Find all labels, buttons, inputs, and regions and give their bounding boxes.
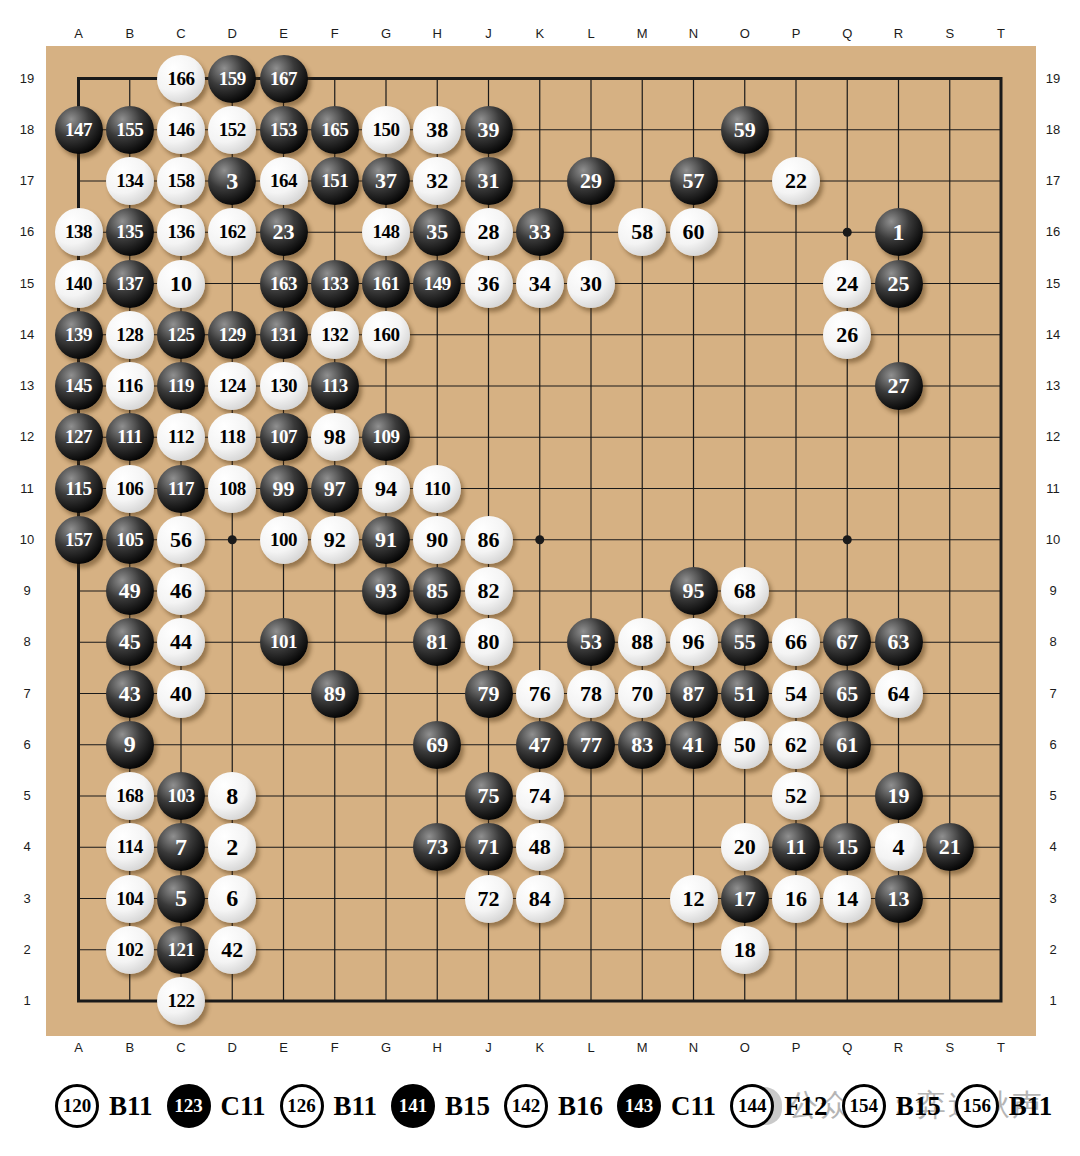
stone-black-93-G9: 93: [362, 567, 410, 615]
stone-white-62-P6: 62: [772, 721, 820, 769]
stone-black-121-C2: 121: [157, 926, 205, 974]
stone-black-133-F15: 133: [311, 260, 359, 308]
coord-label-bottom-Q: Q: [832, 1040, 862, 1055]
stone-black-165-F18: 165: [311, 106, 359, 154]
stone-white-138-A16: 138: [55, 208, 103, 256]
coord-label-left-15: 15: [12, 276, 42, 291]
coord-label-top-G: G: [371, 26, 401, 41]
stone-white-46-C9: 46: [157, 567, 205, 615]
stone-black-99-E11: 99: [260, 465, 308, 513]
stone-white-132-F14: 132: [311, 311, 359, 359]
stone-white-134-B17: 134: [106, 157, 154, 205]
stone-white-146-C18: 146: [157, 106, 205, 154]
stone-black-109-G12: 109: [362, 413, 410, 461]
stone-white-116-B13: 116: [106, 362, 154, 410]
coord-label-right-3: 3: [1038, 891, 1068, 906]
stone-black-127-A12: 127: [55, 413, 103, 461]
coord-label-left-9: 9: [12, 583, 42, 598]
stone-white-6-D3: 6: [208, 875, 256, 923]
coord-label-bottom-M: M: [627, 1040, 657, 1055]
coord-label-left-1: 1: [12, 993, 42, 1008]
stone-white-76-K7: 76: [516, 670, 564, 718]
stone-black-71-J4: 71: [465, 823, 513, 871]
coord-label-top-K: K: [525, 26, 555, 41]
stone-black-41-N6: 41: [670, 721, 718, 769]
stone-white-106-B11: 106: [106, 465, 154, 513]
stone-white-44-C8: 44: [157, 618, 205, 666]
coord-label-left-14: 14: [12, 327, 42, 342]
stone-white-20-O4: 20: [721, 823, 769, 871]
stone-black-167-E19: 167: [260, 55, 308, 103]
stone-white-26-Q14: 26: [823, 311, 871, 359]
stone-black-135-B16: 135: [106, 208, 154, 256]
stone-black-139-A14: 139: [55, 311, 103, 359]
stone-white-102-B2: 102: [106, 926, 154, 974]
stone-white-70-M7: 70: [618, 670, 666, 718]
stone-black-83-M6: 83: [618, 721, 666, 769]
stone-black-129-D14: 129: [208, 311, 256, 359]
stone-white-114-B4: 114: [106, 823, 154, 871]
stone-black-55-O8: 55: [721, 618, 769, 666]
stone-white-98-F12: 98: [311, 413, 359, 461]
coord-label-right-15: 15: [1038, 276, 1068, 291]
stone-white-34-K15: 34: [516, 260, 564, 308]
stone-white-136-C16: 136: [157, 208, 205, 256]
caption-point-142: B16: [558, 1091, 603, 1122]
stone-white-90-H10: 90: [413, 516, 461, 564]
coord-label-right-16: 16: [1038, 224, 1068, 239]
stone-white-54-P7: 54: [772, 670, 820, 718]
coord-label-left-10: 10: [12, 532, 42, 547]
stone-black-119-C13: 119: [157, 362, 205, 410]
stone-white-82-J9: 82: [465, 567, 513, 615]
stone-white-94-G11: 94: [362, 465, 410, 513]
stone-black-155-B18: 155: [106, 106, 154, 154]
coord-label-bottom-L: L: [576, 1040, 606, 1055]
stone-white-164-E17: 164: [260, 157, 308, 205]
stone-black-33-K16: 33: [516, 208, 564, 256]
stone-black-23-E16: 23: [260, 208, 308, 256]
coord-label-top-H: H: [422, 26, 452, 41]
coord-label-bottom-D: D: [217, 1040, 247, 1055]
stone-white-14-Q3: 14: [823, 875, 871, 923]
coord-label-top-Q: Q: [832, 26, 862, 41]
stone-white-152-D18: 152: [208, 106, 256, 154]
coord-label-top-J: J: [474, 26, 504, 41]
stone-white-110-H11: 110: [413, 465, 461, 513]
coord-label-bottom-N: N: [679, 1040, 709, 1055]
stone-black-69-H6: 69: [413, 721, 461, 769]
stone-black-161-G15: 161: [362, 260, 410, 308]
stone-white-24-Q15: 24: [823, 260, 871, 308]
coord-label-top-M: M: [627, 26, 657, 41]
coord-label-bottom-T: T: [986, 1040, 1016, 1055]
stone-black-85-H9: 85: [413, 567, 461, 615]
stone-black-159-D19: 159: [208, 55, 256, 103]
stone-black-157-A10: 157: [55, 516, 103, 564]
caption-point-154: B15: [896, 1091, 941, 1122]
coord-label-bottom-K: K: [525, 1040, 555, 1055]
coord-label-left-2: 2: [12, 942, 42, 957]
stone-white-112-C12: 112: [157, 413, 205, 461]
stone-black-57-N17: 57: [670, 157, 718, 205]
stone-white-28-J16: 28: [465, 208, 513, 256]
stone-white-4-R4: 4: [875, 823, 923, 871]
stone-black-95-N9: 95: [670, 567, 718, 615]
coord-label-right-10: 10: [1038, 532, 1068, 547]
stone-black-65-Q7: 65: [823, 670, 871, 718]
coord-label-left-13: 13: [12, 378, 42, 393]
stone-black-37-G17: 37: [362, 157, 410, 205]
stone-black-87-N7: 87: [670, 670, 718, 718]
stone-white-30-L15: 30: [567, 260, 615, 308]
coord-label-bottom-E: E: [269, 1040, 299, 1055]
stone-white-12-N3: 12: [670, 875, 718, 923]
coord-label-right-5: 5: [1038, 788, 1068, 803]
stone-black-31-J17: 31: [465, 157, 513, 205]
coord-label-right-12: 12: [1038, 429, 1068, 444]
coord-label-left-17: 17: [12, 173, 42, 188]
caption-stone-black-143: 143: [617, 1084, 661, 1128]
caption-point-156: B11: [1009, 1091, 1053, 1122]
stone-black-115-A11: 115: [55, 465, 103, 513]
stone-black-125-C14: 125: [157, 311, 205, 359]
coord-label-left-16: 16: [12, 224, 42, 239]
stone-black-131-E14: 131: [260, 311, 308, 359]
stone-white-50-O6: 50: [721, 721, 769, 769]
stone-black-113-F13: 113: [311, 362, 359, 410]
stone-black-149-H15: 149: [413, 260, 461, 308]
stone-white-104-B3: 104: [106, 875, 154, 923]
caption-point-143: C11: [671, 1091, 716, 1122]
coord-label-bottom-C: C: [166, 1040, 196, 1055]
stone-black-75-J5: 75: [465, 772, 513, 820]
coord-label-right-14: 14: [1038, 327, 1068, 342]
coord-label-bottom-S: S: [935, 1040, 965, 1055]
stone-white-122-C1: 122: [157, 977, 205, 1025]
caption-point-120: B11: [109, 1091, 153, 1122]
stone-white-86-J10: 86: [465, 516, 513, 564]
stone-white-60-N16: 60: [670, 208, 718, 256]
coord-label-top-S: S: [935, 26, 965, 41]
stone-black-145-A13: 145: [55, 362, 103, 410]
coord-label-top-P: P: [781, 26, 811, 41]
stone-black-59-O18: 59: [721, 106, 769, 154]
stone-black-9-B6: 9: [106, 721, 154, 769]
caption-point-141: B15: [445, 1091, 490, 1122]
coord-label-bottom-A: A: [64, 1040, 94, 1055]
coord-label-bottom-B: B: [115, 1040, 145, 1055]
caption-stone-white-142: 142: [504, 1084, 548, 1128]
stone-black-61-Q6: 61: [823, 721, 871, 769]
caption-point-144: F12: [784, 1091, 828, 1122]
stone-white-10-C15: 10: [157, 260, 205, 308]
stone-black-1-R16: 1: [875, 208, 923, 256]
stone-white-150-G18: 150: [362, 106, 410, 154]
caption-stone-black-123: 123: [167, 1084, 211, 1128]
stone-white-42-D2: 42: [208, 926, 256, 974]
coord-label-right-6: 6: [1038, 737, 1068, 752]
coord-label-left-8: 8: [12, 634, 42, 649]
stone-white-68-O9: 68: [721, 567, 769, 615]
coord-label-bottom-P: P: [781, 1040, 811, 1055]
stone-white-72-J3: 72: [465, 875, 513, 923]
coord-label-top-L: L: [576, 26, 606, 41]
coord-label-bottom-F: F: [320, 1040, 350, 1055]
coord-label-left-3: 3: [12, 891, 42, 906]
coord-label-right-18: 18: [1038, 122, 1068, 137]
stone-black-25-R15: 25: [875, 260, 923, 308]
coord-label-right-11: 11: [1038, 481, 1068, 496]
stone-black-5-C3: 5: [157, 875, 205, 923]
stone-white-84-K3: 84: [516, 875, 564, 923]
coord-label-top-R: R: [884, 26, 914, 41]
coord-label-left-5: 5: [12, 788, 42, 803]
coord-label-right-13: 13: [1038, 378, 1068, 393]
caption-stone-white-144: 144: [730, 1084, 774, 1128]
stone-white-40-C7: 40: [157, 670, 205, 718]
stone-white-108-D11: 108: [208, 465, 256, 513]
stone-white-16-P3: 16: [772, 875, 820, 923]
stone-black-49-B9: 49: [106, 567, 154, 615]
stone-black-3-D17: 3: [208, 157, 256, 205]
stone-white-130-E13: 130: [260, 362, 308, 410]
stone-white-158-C17: 158: [157, 157, 205, 205]
stone-black-79-J7: 79: [465, 670, 513, 718]
stone-white-92-F10: 92: [311, 516, 359, 564]
stone-black-101-E8: 101: [260, 618, 308, 666]
caption-stone-white-120: 120: [55, 1084, 99, 1128]
coord-label-left-6: 6: [12, 737, 42, 752]
stone-white-166-C19: 166: [157, 55, 205, 103]
coord-label-right-1: 1: [1038, 993, 1068, 1008]
coord-label-top-E: E: [269, 26, 299, 41]
stone-black-97-F11: 97: [311, 465, 359, 513]
stone-black-51-O7: 51: [721, 670, 769, 718]
stone-white-66-P8: 66: [772, 618, 820, 666]
stone-black-19-R5: 19: [875, 772, 923, 820]
stone-white-64-R7: 64: [875, 670, 923, 718]
coord-label-right-4: 4: [1038, 839, 1068, 854]
stone-white-36-J15: 36: [465, 260, 513, 308]
coord-label-left-19: 19: [12, 71, 42, 86]
repeated-moves-caption: 120B11123C11126B11141B15142B16143C11144F…: [55, 1083, 1056, 1129]
stone-white-128-B14: 128: [106, 311, 154, 359]
coord-label-left-7: 7: [12, 686, 42, 701]
stone-white-22-P17: 22: [772, 157, 820, 205]
stone-white-80-J8: 80: [465, 618, 513, 666]
stone-black-63-R8: 63: [875, 618, 923, 666]
coord-label-left-11: 11: [12, 481, 42, 496]
coord-label-top-A: A: [64, 26, 94, 41]
coord-label-top-N: N: [679, 26, 709, 41]
coord-label-top-D: D: [217, 26, 247, 41]
caption-point-123: C11: [221, 1091, 266, 1122]
coord-label-top-C: C: [166, 26, 196, 41]
coord-label-left-18: 18: [12, 122, 42, 137]
coord-label-right-7: 7: [1038, 686, 1068, 701]
coord-label-left-4: 4: [12, 839, 42, 854]
stone-black-147-A18: 147: [55, 106, 103, 154]
stone-white-96-N8: 96: [670, 618, 718, 666]
stone-black-105-B10: 105: [106, 516, 154, 564]
stone-black-163-E15: 163: [260, 260, 308, 308]
stone-black-151-F17: 151: [311, 157, 359, 205]
coord-label-right-8: 8: [1038, 634, 1068, 649]
stone-black-45-B8: 45: [106, 618, 154, 666]
stone-white-18-O2: 18: [721, 926, 769, 974]
stone-white-48-K4: 48: [516, 823, 564, 871]
coord-label-right-9: 9: [1038, 583, 1068, 598]
stone-white-100-E10: 100: [260, 516, 308, 564]
coord-label-bottom-O: O: [730, 1040, 760, 1055]
coord-label-bottom-J: J: [474, 1040, 504, 1055]
stone-black-21-S4: 21: [926, 823, 974, 871]
stone-black-89-F7: 89: [311, 670, 359, 718]
caption-point-126: B11: [334, 1091, 378, 1122]
stone-black-137-B15: 137: [106, 260, 154, 308]
stone-white-148-G16: 148: [362, 208, 410, 256]
stone-white-78-L7: 78: [567, 670, 615, 718]
stone-black-13-R3: 13: [875, 875, 923, 923]
caption-stone-white-154: 154: [842, 1084, 886, 1128]
stone-black-47-K6: 47: [516, 721, 564, 769]
coord-label-top-B: B: [115, 26, 145, 41]
coord-label-top-F: F: [320, 26, 350, 41]
coord-label-right-2: 2: [1038, 942, 1068, 957]
stone-white-74-K5: 74: [516, 772, 564, 820]
coord-label-bottom-H: H: [422, 1040, 452, 1055]
coord-label-bottom-R: R: [884, 1040, 914, 1055]
stone-black-29-L17: 29: [567, 157, 615, 205]
stone-black-53-L8: 53: [567, 618, 615, 666]
stone-white-56-C10: 56: [157, 516, 205, 564]
stone-black-103-C5: 103: [157, 772, 205, 820]
caption-stone-white-156: 156: [955, 1084, 999, 1128]
stone-black-117-C11: 117: [157, 465, 205, 513]
stone-black-7-C4: 7: [157, 823, 205, 871]
stone-white-8-D5: 8: [208, 772, 256, 820]
stone-black-91-G10: 91: [362, 516, 410, 564]
stone-white-168-B5: 168: [106, 772, 154, 820]
stone-black-39-J18: 39: [465, 106, 513, 154]
coord-label-top-O: O: [730, 26, 760, 41]
stone-white-38-H18: 38: [413, 106, 461, 154]
coord-label-bottom-G: G: [371, 1040, 401, 1055]
caption-stone-black-141: 141: [391, 1084, 435, 1128]
coord-label-left-12: 12: [12, 429, 42, 444]
stone-white-32-H17: 32: [413, 157, 461, 205]
stone-black-43-B7: 43: [106, 670, 154, 718]
coord-label-right-19: 19: [1038, 71, 1068, 86]
stone-white-52-P5: 52: [772, 772, 820, 820]
coord-label-right-17: 17: [1038, 173, 1068, 188]
stone-black-153-E18: 153: [260, 106, 308, 154]
caption-stone-white-126: 126: [280, 1084, 324, 1128]
coord-label-top-T: T: [986, 26, 1016, 41]
stone-white-140-A15: 140: [55, 260, 103, 308]
go-board: 1661591671471551461521531651503839591341…: [46, 46, 1036, 1036]
stone-black-77-L6: 77: [567, 721, 615, 769]
stone-black-17-O3: 17: [721, 875, 769, 923]
stone-white-124-D13: 124: [208, 362, 256, 410]
stone-black-27-R13: 27: [875, 362, 923, 410]
stone-black-107-E12: 107: [260, 413, 308, 461]
stone-white-160-G14: 160: [362, 311, 410, 359]
stone-black-111-B12: 111: [106, 413, 154, 461]
stone-black-11-P4: 11: [772, 823, 820, 871]
